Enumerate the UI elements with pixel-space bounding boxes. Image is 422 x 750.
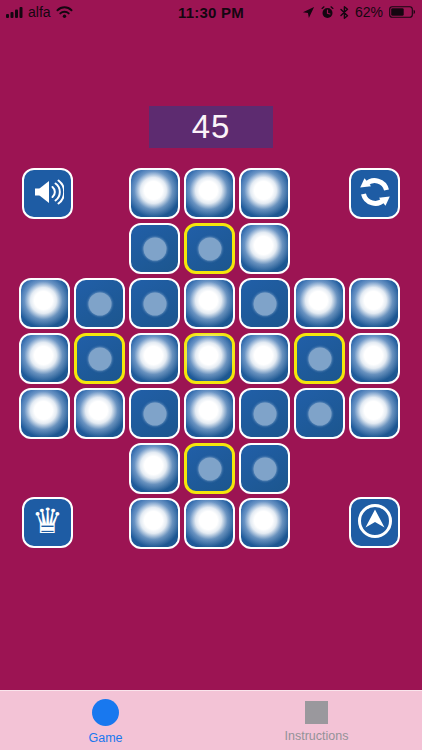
- instructions-tab-square-icon: [305, 701, 328, 724]
- hole-icon: [198, 457, 221, 480]
- hole-icon: [308, 402, 331, 425]
- tab-instructions[interactable]: Instructions: [211, 691, 422, 750]
- game-tab-circle-icon: [92, 699, 119, 726]
- tab-game[interactable]: Game: [0, 691, 211, 750]
- hole-icon: [308, 347, 331, 370]
- peg-solitaire-board: [19, 168, 400, 549]
- cell-r3c4-peg[interactable]: [184, 278, 235, 329]
- game-screen: alfa 11:30 PM: [0, 0, 422, 750]
- peg-icon: [74, 388, 125, 439]
- hole-icon: [253, 292, 276, 315]
- hole-icon: [143, 237, 166, 260]
- location-arrow-icon: [302, 6, 315, 19]
- clock-label: 11:30 PM: [156, 4, 266, 21]
- cell-r3c5-empty[interactable]: [239, 278, 290, 329]
- hole-icon: [253, 402, 276, 425]
- cell-r5c6-empty[interactable]: [294, 388, 345, 439]
- peg-icon: [349, 388, 400, 439]
- score-box: 45: [149, 106, 273, 148]
- cell-r3c3-empty[interactable]: [129, 278, 180, 329]
- battery-percent-label: 62%: [355, 4, 383, 20]
- peg-icon: [349, 333, 400, 384]
- peg-icon: [239, 498, 290, 549]
- alarm-clock-icon: [321, 6, 334, 19]
- hole-icon: [143, 292, 166, 315]
- cell-r7c4-peg[interactable]: [184, 498, 235, 549]
- bluetooth-icon: [340, 6, 349, 19]
- cell-r2c3-empty[interactable]: [129, 223, 180, 274]
- hole-icon: [198, 237, 221, 260]
- status-right: 62%: [266, 4, 416, 20]
- cell-r4c4-peg[interactable]: [184, 333, 235, 384]
- peg-icon: [184, 168, 235, 219]
- cell-r4c5-peg[interactable]: [239, 333, 290, 384]
- wifi-icon: [56, 6, 73, 18]
- cell-r5c7-peg[interactable]: [349, 388, 400, 439]
- score-value: 45: [192, 108, 231, 146]
- cell-r5c1-peg[interactable]: [19, 388, 70, 439]
- cell-r1c3-peg[interactable]: [129, 168, 180, 219]
- peg-icon: [19, 278, 70, 329]
- cell-r7c5-peg[interactable]: [239, 498, 290, 549]
- cell-r6c5-empty[interactable]: [239, 443, 290, 494]
- hole-icon: [253, 457, 276, 480]
- cell-r3c6-peg[interactable]: [294, 278, 345, 329]
- cell-r1c5-peg[interactable]: [239, 168, 290, 219]
- hole-icon: [88, 347, 111, 370]
- peg-icon: [129, 333, 180, 384]
- cell-r5c3-empty[interactable]: [129, 388, 180, 439]
- cell-r7c3-peg[interactable]: [129, 498, 180, 549]
- peg-icon: [129, 498, 180, 549]
- peg-icon: [294, 278, 345, 329]
- cell-r4c3-peg[interactable]: [129, 333, 180, 384]
- cell-r2c5-peg[interactable]: [239, 223, 290, 274]
- cell-r3c7-peg[interactable]: [349, 278, 400, 329]
- status-left: alfa: [6, 4, 156, 20]
- cell-r3c1-peg[interactable]: [19, 278, 70, 329]
- cell-r1c4-peg[interactable]: [184, 168, 235, 219]
- peg-icon: [239, 168, 290, 219]
- hole-icon: [88, 292, 111, 315]
- peg-icon: [239, 333, 290, 384]
- cellular-signal-icon: [6, 7, 23, 18]
- cell-r2c4-empty[interactable]: [184, 223, 235, 274]
- peg-icon: [19, 388, 70, 439]
- cell-r3c2-empty[interactable]: [74, 278, 125, 329]
- peg-icon: [349, 278, 400, 329]
- hole-icon: [143, 402, 166, 425]
- peg-icon: [19, 333, 70, 384]
- peg-icon: [184, 498, 235, 549]
- cell-r6c3-peg[interactable]: [129, 443, 180, 494]
- cell-r4c6-empty[interactable]: [294, 333, 345, 384]
- peg-icon: [129, 443, 180, 494]
- cell-r5c4-peg[interactable]: [184, 388, 235, 439]
- peg-icon: [185, 334, 234, 383]
- peg-icon: [129, 168, 180, 219]
- cell-r6c4-empty[interactable]: [184, 443, 235, 494]
- peg-icon: [184, 388, 235, 439]
- cell-r5c5-empty[interactable]: [239, 388, 290, 439]
- instructions-tab-label: Instructions: [285, 729, 349, 743]
- cell-r5c2-peg[interactable]: [74, 388, 125, 439]
- battery-icon: [389, 6, 416, 18]
- peg-icon: [184, 278, 235, 329]
- cell-r4c7-peg[interactable]: [349, 333, 400, 384]
- carrier-label: alfa: [28, 4, 51, 20]
- tab-bar: Game Instructions: [0, 690, 422, 750]
- cell-r4c1-peg[interactable]: [19, 333, 70, 384]
- game-tab-label: Game: [88, 731, 122, 745]
- status-bar: alfa 11:30 PM: [0, 0, 422, 24]
- peg-icon: [239, 223, 290, 274]
- cell-r4c2-empty[interactable]: [74, 333, 125, 384]
